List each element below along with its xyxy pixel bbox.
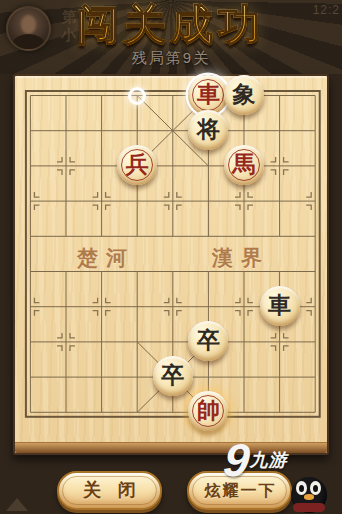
board[interactable]: 楚河 漢界 車象将兵馬車卒卒帥 (13, 74, 329, 455)
piece-black-elephant[interactable]: 象 (224, 75, 264, 115)
show-off-button[interactable]: 炫耀一下 (187, 471, 292, 510)
piece-black-general[interactable]: 将 (188, 110, 228, 150)
level-clear-screen: 第 小 12:2 闯关成功 残局第9关 楚河 漢界 車象将兵馬車卒卒帥 关 闭 … (0, 0, 342, 514)
board-bottom-bevel (15, 442, 327, 453)
piece-black-chariot[interactable]: 車 (260, 286, 300, 326)
piece-red-chariot[interactable]: 車 (188, 75, 228, 115)
up-arrow-icon (6, 498, 28, 511)
page-title: 闯关成功 (0, 1, 342, 49)
river-label-right: 漢界 (212, 246, 270, 270)
move-origin-marker (128, 87, 146, 105)
piece-red-horse[interactable]: 馬 (224, 145, 264, 185)
river-label-left: 楚河 (77, 246, 135, 270)
penguin-mascot-icon (291, 477, 329, 514)
close-button[interactable]: 关 闭 (57, 471, 162, 510)
piece-red-soldier[interactable]: 兵 (117, 145, 157, 185)
piece-black-soldier-2[interactable]: 卒 (153, 356, 193, 396)
level-subtitle: 残局第9关 (0, 49, 342, 68)
